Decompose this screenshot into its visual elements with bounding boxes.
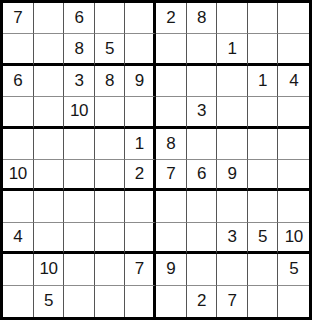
cell-r5c10[interactable] [278, 129, 309, 160]
cell-r9c7[interactable] [187, 254, 218, 285]
cell-r5c7[interactable] [187, 129, 218, 160]
cell-r7c6[interactable] [156, 191, 187, 222]
cell-r6c2[interactable] [34, 160, 65, 191]
cell-r1c1[interactable]: 7 [3, 3, 34, 34]
cell-r5c4[interactable] [95, 129, 126, 160]
cell-r10c1[interactable] [3, 286, 34, 317]
cell-r1c10[interactable] [278, 3, 309, 34]
cell-r2c5[interactable] [125, 34, 156, 65]
cell-r10c8[interactable]: 7 [217, 286, 248, 317]
cell-r3c1[interactable]: 6 [3, 66, 34, 97]
cell-r8c8[interactable]: 3 [217, 223, 248, 254]
cell-r8c7[interactable] [187, 223, 218, 254]
cell-r5c1[interactable] [3, 129, 34, 160]
cell-r9c6[interactable]: 9 [156, 254, 187, 285]
cell-r9c5[interactable]: 7 [125, 254, 156, 285]
cell-r3c7[interactable] [187, 66, 218, 97]
cell-r4c1[interactable] [3, 97, 34, 128]
cell-r7c4[interactable] [95, 191, 126, 222]
cell-r7c5[interactable] [125, 191, 156, 222]
cell-r10c6[interactable] [156, 286, 187, 317]
cell-r10c2[interactable]: 5 [34, 286, 65, 317]
cell-r6c9[interactable] [248, 160, 279, 191]
cell-r10c4[interactable] [95, 286, 126, 317]
cell-r1c8[interactable] [217, 3, 248, 34]
cell-r7c7[interactable] [187, 191, 218, 222]
cell-r1c6[interactable]: 2 [156, 3, 187, 34]
cell-r5c6[interactable]: 8 [156, 129, 187, 160]
cell-r10c10[interactable] [278, 286, 309, 317]
cell-r5c2[interactable] [34, 129, 65, 160]
cell-r8c6[interactable] [156, 223, 187, 254]
cell-r3c9[interactable]: 1 [248, 66, 279, 97]
cell-r4c7[interactable]: 3 [187, 97, 218, 128]
cell-r1c3[interactable]: 6 [64, 3, 95, 34]
cell-r5c5[interactable]: 1 [125, 129, 156, 160]
cell-r7c1[interactable] [3, 191, 34, 222]
cell-r1c7[interactable]: 8 [187, 3, 218, 34]
cell-r9c2[interactable]: 10 [34, 254, 65, 285]
cell-r2c10[interactable] [278, 34, 309, 65]
cell-r6c4[interactable] [95, 160, 126, 191]
cell-r6c7[interactable]: 6 [187, 160, 218, 191]
cell-r2c3[interactable]: 8 [64, 34, 95, 65]
cell-r2c8[interactable]: 1 [217, 34, 248, 65]
cell-r4c2[interactable] [34, 97, 65, 128]
cell-r8c1[interactable]: 4 [3, 223, 34, 254]
cell-r9c9[interactable] [248, 254, 279, 285]
cell-r6c5[interactable]: 2 [125, 160, 156, 191]
cell-r7c10[interactable] [278, 191, 309, 222]
cell-r9c8[interactable] [217, 254, 248, 285]
cell-r2c9[interactable] [248, 34, 279, 65]
cell-r4c6[interactable] [156, 97, 187, 128]
cell-r4c4[interactable] [95, 97, 126, 128]
cell-r7c2[interactable] [34, 191, 65, 222]
cell-r3c8[interactable] [217, 66, 248, 97]
cell-r3c5[interactable]: 9 [125, 66, 156, 97]
cell-r1c9[interactable] [248, 3, 279, 34]
cell-r6c1[interactable]: 10 [3, 160, 34, 191]
cell-r1c4[interactable] [95, 3, 126, 34]
cell-r4c10[interactable] [278, 97, 309, 128]
cell-r5c8[interactable] [217, 129, 248, 160]
cell-r3c4[interactable]: 8 [95, 66, 126, 97]
cell-r9c3[interactable] [64, 254, 95, 285]
cell-r9c4[interactable] [95, 254, 126, 285]
cell-r1c5[interactable] [125, 3, 156, 34]
cell-r1c2[interactable] [34, 3, 65, 34]
cell-r6c6[interactable]: 7 [156, 160, 187, 191]
cell-r8c4[interactable] [95, 223, 126, 254]
cell-r8c3[interactable] [64, 223, 95, 254]
cell-r6c8[interactable]: 9 [217, 160, 248, 191]
sudoku-board: 7628851638914103181027694351010795527 [0, 0, 312, 320]
cell-r10c3[interactable] [64, 286, 95, 317]
cell-r6c3[interactable] [64, 160, 95, 191]
cell-r3c10[interactable]: 4 [278, 66, 309, 97]
cell-r4c3[interactable]: 10 [64, 97, 95, 128]
cell-r7c3[interactable] [64, 191, 95, 222]
cell-r4c9[interactable] [248, 97, 279, 128]
cell-r7c8[interactable] [217, 191, 248, 222]
cell-r7c9[interactable] [248, 191, 279, 222]
cell-r4c5[interactable] [125, 97, 156, 128]
cell-r3c6[interactable] [156, 66, 187, 97]
cell-r2c2[interactable] [34, 34, 65, 65]
cell-r6c10[interactable] [278, 160, 309, 191]
cell-r8c5[interactable] [125, 223, 156, 254]
cell-r2c6[interactable] [156, 34, 187, 65]
cell-r2c4[interactable]: 5 [95, 34, 126, 65]
cell-r3c3[interactable]: 3 [64, 66, 95, 97]
cell-r10c7[interactable]: 2 [187, 286, 218, 317]
cell-r8c2[interactable] [34, 223, 65, 254]
cell-r8c10[interactable]: 10 [278, 223, 309, 254]
cell-r5c9[interactable] [248, 129, 279, 160]
cell-r4c8[interactable] [217, 97, 248, 128]
cell-r5c3[interactable] [64, 129, 95, 160]
cell-r2c1[interactable] [3, 34, 34, 65]
cell-r8c9[interactable]: 5 [248, 223, 279, 254]
cell-r9c10[interactable]: 5 [278, 254, 309, 285]
cell-r2c7[interactable] [187, 34, 218, 65]
cell-r3c2[interactable] [34, 66, 65, 97]
cell-r9c1[interactable] [3, 254, 34, 285]
cell-r10c9[interactable] [248, 286, 279, 317]
cell-r10c5[interactable] [125, 286, 156, 317]
